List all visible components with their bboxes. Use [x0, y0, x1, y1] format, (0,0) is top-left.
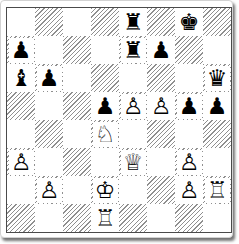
square-h4 [203, 120, 231, 148]
square-e3: ♕ [119, 148, 147, 176]
square-g4 [175, 120, 203, 148]
square-f2 [147, 176, 175, 204]
square-d6 [91, 64, 119, 92]
square-e7: ♜ [119, 36, 147, 64]
square-d8 [91, 8, 119, 36]
square-d1: ♖ [91, 204, 119, 232]
square-f8 [147, 8, 175, 36]
square-a5 [7, 92, 35, 120]
square-g1 [175, 204, 203, 232]
black-pawn: ♟ [177, 94, 202, 119]
square-b4 [35, 120, 63, 148]
white-rook: ♖ [93, 206, 118, 231]
square-c7 [63, 36, 91, 64]
square-c5 [63, 92, 91, 120]
black-rook: ♜ [121, 38, 146, 63]
square-e4 [119, 120, 147, 148]
square-a3: ♙ [7, 148, 35, 176]
square-f1 [147, 204, 175, 232]
black-bishop: ♝ [9, 66, 34, 91]
black-queen: ♛ [205, 66, 230, 91]
square-a2 [7, 176, 35, 204]
square-h5: ♟ [203, 92, 231, 120]
square-e1 [119, 204, 147, 232]
square-b7 [35, 36, 63, 64]
chess-diagram-image[interactable]: ♜♚♟♜♟♝♟♛♟♙♙♟♟♘♙♕♙♙♔♙♖♖ [0, 0, 233, 238]
square-e2 [119, 176, 147, 204]
square-c1 [63, 204, 91, 232]
square-d7 [91, 36, 119, 64]
square-c4 [63, 120, 91, 148]
square-f5: ♙ [147, 92, 175, 120]
white-king: ♔ [93, 178, 118, 203]
square-h1 [203, 204, 231, 232]
square-g3: ♙ [175, 148, 203, 176]
black-pawn: ♟ [37, 66, 62, 91]
white-pawn: ♙ [149, 94, 174, 119]
square-b1 [35, 204, 63, 232]
square-f6 [147, 64, 175, 92]
square-d5: ♟ [91, 92, 119, 120]
black-pawn: ♟ [149, 38, 174, 63]
square-e5: ♙ [119, 92, 147, 120]
square-c3 [63, 148, 91, 176]
square-h7 [203, 36, 231, 64]
square-f3 [147, 148, 175, 176]
square-b2: ♙ [35, 176, 63, 204]
black-pawn: ♟ [93, 94, 118, 119]
white-pawn: ♙ [9, 150, 34, 175]
square-h2: ♖ [203, 176, 231, 204]
black-pawn: ♟ [205, 94, 230, 119]
white-queen: ♕ [121, 150, 146, 175]
square-f7: ♟ [147, 36, 175, 64]
square-h3 [203, 148, 231, 176]
white-pawn: ♙ [177, 178, 202, 203]
square-g6 [175, 64, 203, 92]
page: ♜♚♟♜♟♝♟♛♟♙♙♟♟♘♙♕♙♙♔♙♖♖ [0, 0, 239, 244]
square-a6: ♝ [7, 64, 35, 92]
square-d3 [91, 148, 119, 176]
white-rook: ♖ [205, 178, 230, 203]
square-b6: ♟ [35, 64, 63, 92]
black-rook: ♜ [121, 10, 146, 35]
square-d4: ♘ [91, 120, 119, 148]
white-pawn: ♙ [121, 94, 146, 119]
square-a4 [7, 120, 35, 148]
square-a7: ♟ [7, 36, 35, 64]
square-h6: ♛ [203, 64, 231, 92]
square-c8 [63, 8, 91, 36]
square-a8 [7, 8, 35, 36]
square-e8: ♜ [119, 8, 147, 36]
square-g2: ♙ [175, 176, 203, 204]
square-g7 [175, 36, 203, 64]
black-pawn: ♟ [9, 38, 34, 63]
square-h8 [203, 8, 231, 36]
black-king: ♚ [177, 10, 202, 35]
square-g5: ♟ [175, 92, 203, 120]
square-b5 [35, 92, 63, 120]
square-c2 [63, 176, 91, 204]
white-knight: ♘ [93, 122, 118, 147]
white-pawn: ♙ [37, 178, 62, 203]
square-f4 [147, 120, 175, 148]
square-b3 [35, 148, 63, 176]
square-c6 [63, 64, 91, 92]
square-g8: ♚ [175, 8, 203, 36]
chess-board: ♜♚♟♜♟♝♟♛♟♙♙♟♟♘♙♕♙♙♔♙♖♖ [6, 7, 232, 233]
white-pawn: ♙ [177, 150, 202, 175]
square-e6 [119, 64, 147, 92]
square-a1 [7, 204, 35, 232]
square-d2: ♔ [91, 176, 119, 204]
square-b8 [35, 8, 63, 36]
